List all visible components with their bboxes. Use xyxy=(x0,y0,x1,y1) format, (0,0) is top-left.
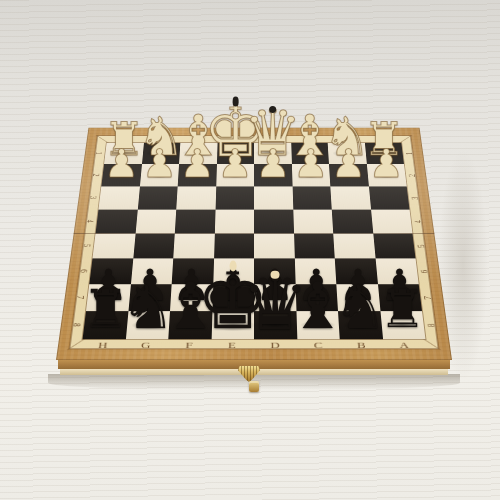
piece-white-pawn-a2[interactable]: ♟ xyxy=(369,144,404,183)
square-b5[interactable] xyxy=(333,234,375,259)
square-c3[interactable] xyxy=(292,186,332,209)
square-b3[interactable] xyxy=(330,186,370,209)
brass-latch-tongue[interactable] xyxy=(249,381,259,392)
piece-white-pawn-b2[interactable]: ♟ xyxy=(331,144,366,183)
chess-set-photo: HGFEDCBA HGFEDCBA 12345678 12345678 ♜♞♝♚… xyxy=(0,0,500,500)
square-g3[interactable] xyxy=(137,186,177,209)
square-c4[interactable] xyxy=(293,210,333,234)
piece-black-rook-a8[interactable]: ♜ xyxy=(379,283,426,336)
square-d4[interactable] xyxy=(254,210,294,234)
square-e4[interactable] xyxy=(214,210,254,234)
square-f4[interactable] xyxy=(175,210,215,234)
square-h4[interactable] xyxy=(96,210,138,234)
royal-finial xyxy=(271,271,280,280)
square-a4[interactable] xyxy=(371,210,413,234)
square-g5[interactable] xyxy=(133,234,175,259)
royal-finial xyxy=(229,261,236,272)
square-c5[interactable] xyxy=(294,234,335,259)
square-h3[interactable] xyxy=(98,186,139,209)
piece-white-pawn-f2[interactable]: ♟ xyxy=(180,144,215,183)
board-scene: HGFEDCBA HGFEDCBA 12345678 12345678 xyxy=(0,0,500,500)
piece-white-pawn-c2[interactable]: ♟ xyxy=(293,144,328,183)
square-f3[interactable] xyxy=(176,186,216,209)
square-a5[interactable] xyxy=(373,234,416,259)
square-h5[interactable] xyxy=(92,234,135,259)
royal-finial xyxy=(269,106,276,113)
square-a3[interactable] xyxy=(369,186,410,209)
piece-white-pawn-h2[interactable]: ♟ xyxy=(104,144,139,183)
fold-seam xyxy=(74,233,435,234)
square-b4[interactable] xyxy=(332,210,373,234)
piece-white-pawn-e2[interactable]: ♟ xyxy=(218,144,253,183)
square-e3[interactable] xyxy=(215,186,254,209)
square-g4[interactable] xyxy=(135,210,176,234)
piece-white-pawn-d2[interactable]: ♟ xyxy=(255,144,290,183)
royal-finial xyxy=(232,97,238,106)
piece-white-pawn-g2[interactable]: ♟ xyxy=(142,144,177,183)
square-d3[interactable] xyxy=(254,186,293,209)
